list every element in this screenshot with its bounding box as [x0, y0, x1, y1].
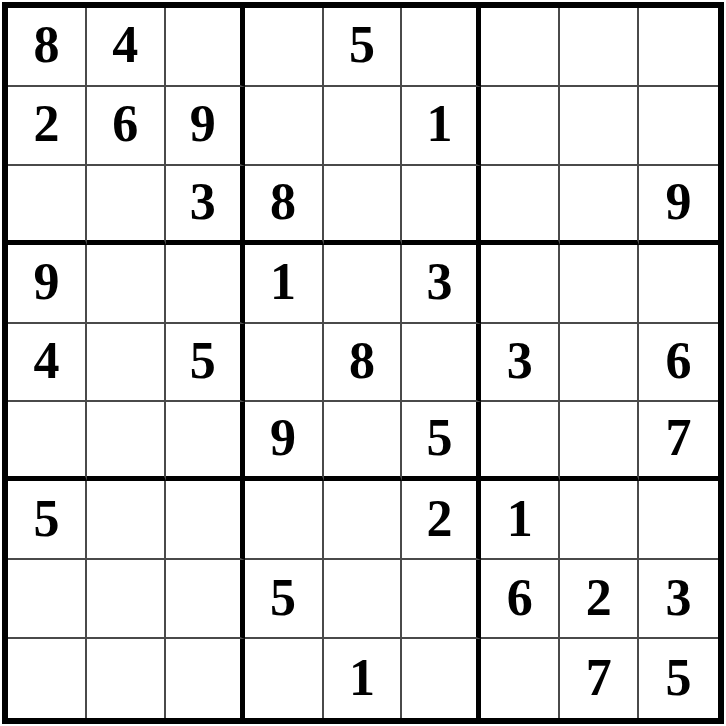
cell-r8c1[interactable]	[8, 560, 87, 639]
cell-r1c8[interactable]	[560, 8, 639, 87]
given-digit: 5	[33, 493, 59, 545]
cell-r1c1: 8	[8, 8, 87, 87]
cell-r6c6: 5	[402, 402, 481, 481]
cell-r1c6[interactable]	[402, 8, 481, 87]
cell-r4c5[interactable]	[324, 245, 403, 324]
cell-r6c5[interactable]	[324, 402, 403, 481]
given-digit: 3	[190, 176, 216, 228]
cell-r8c5[interactable]	[324, 560, 403, 639]
given-digit: 6	[507, 572, 533, 624]
cell-r3c6[interactable]	[402, 166, 481, 245]
given-digit: 6	[112, 98, 138, 150]
given-digit: 5	[666, 652, 692, 704]
cell-r3c5[interactable]	[324, 166, 403, 245]
cell-r5c9: 6	[639, 324, 718, 403]
cell-r4c6: 3	[402, 245, 481, 324]
cell-r9c8: 7	[560, 639, 639, 718]
cell-r6c2[interactable]	[87, 402, 166, 481]
cell-r1c7[interactable]	[481, 8, 560, 87]
cell-r2c2: 6	[87, 87, 166, 166]
cell-r4c3[interactable]	[166, 245, 245, 324]
cell-r2c4[interactable]	[245, 87, 324, 166]
cell-r6c7[interactable]	[481, 402, 560, 481]
cell-r6c1[interactable]	[8, 402, 87, 481]
given-digit: 9	[666, 176, 692, 228]
cell-r7c9[interactable]	[639, 481, 718, 560]
cell-r1c9[interactable]	[639, 8, 718, 87]
cell-r5c1: 4	[8, 324, 87, 403]
cell-r7c2[interactable]	[87, 481, 166, 560]
cell-r6c8[interactable]	[560, 402, 639, 481]
cell-r2c7[interactable]	[481, 87, 560, 166]
cell-r2c9[interactable]	[639, 87, 718, 166]
given-digit: 6	[666, 335, 692, 387]
cell-r6c4: 9	[245, 402, 324, 481]
given-digit: 2	[33, 98, 59, 150]
given-digit: 5	[190, 335, 216, 387]
given-digit: 3	[507, 335, 533, 387]
cell-r1c3[interactable]	[166, 8, 245, 87]
cell-r7c6: 2	[402, 481, 481, 560]
cell-r4c8[interactable]	[560, 245, 639, 324]
cell-r1c5: 5	[324, 8, 403, 87]
cell-r9c7[interactable]	[481, 639, 560, 718]
cell-r5c6[interactable]	[402, 324, 481, 403]
cell-r8c4: 5	[245, 560, 324, 639]
cell-r8c3[interactable]	[166, 560, 245, 639]
cell-r7c4[interactable]	[245, 481, 324, 560]
given-digit: 5	[270, 572, 296, 624]
cell-r2c6: 1	[402, 87, 481, 166]
sudoku-page: 8452691389913458369575215623175	[0, 0, 726, 726]
cell-r1c4[interactable]	[245, 8, 324, 87]
cell-r2c5[interactable]	[324, 87, 403, 166]
cell-r9c6[interactable]	[402, 639, 481, 718]
sudoku-board: 8452691389913458369575215623175	[2, 2, 724, 724]
cell-r5c4[interactable]	[245, 324, 324, 403]
cell-r9c1[interactable]	[8, 639, 87, 718]
cell-r7c7: 1	[481, 481, 560, 560]
given-digit: 3	[666, 572, 692, 624]
cell-r4c4: 1	[245, 245, 324, 324]
given-digit: 5	[426, 412, 452, 464]
cell-r2c1: 2	[8, 87, 87, 166]
cell-r5c3: 5	[166, 324, 245, 403]
cell-r6c3[interactable]	[166, 402, 245, 481]
cell-r2c3: 9	[166, 87, 245, 166]
cell-r9c2[interactable]	[87, 639, 166, 718]
given-digit: 7	[666, 412, 692, 464]
cell-r5c2[interactable]	[87, 324, 166, 403]
given-digit: 9	[33, 256, 59, 308]
given-digit: 9	[190, 98, 216, 150]
cell-r9c4[interactable]	[245, 639, 324, 718]
cell-r7c3[interactable]	[166, 481, 245, 560]
cell-r4c1: 9	[8, 245, 87, 324]
cell-r8c9: 3	[639, 560, 718, 639]
given-digit: 8	[349, 335, 375, 387]
cell-r3c4: 8	[245, 166, 324, 245]
cell-r1c2: 4	[87, 8, 166, 87]
cell-r4c7[interactable]	[481, 245, 560, 324]
cell-r6c9: 7	[639, 402, 718, 481]
cell-r8c6[interactable]	[402, 560, 481, 639]
given-digit: 9	[270, 412, 296, 464]
cell-r4c2[interactable]	[87, 245, 166, 324]
given-digit: 8	[33, 19, 59, 71]
given-digit: 7	[586, 652, 612, 704]
cell-r2c8[interactable]	[560, 87, 639, 166]
cell-r3c2[interactable]	[87, 166, 166, 245]
cell-r5c8[interactable]	[560, 324, 639, 403]
cell-r9c3[interactable]	[166, 639, 245, 718]
cell-r8c7: 6	[481, 560, 560, 639]
cell-r3c1[interactable]	[8, 166, 87, 245]
given-digit: 2	[426, 493, 452, 545]
given-digit: 4	[33, 335, 59, 387]
given-digit: 8	[270, 176, 296, 228]
given-digit: 3	[426, 256, 452, 308]
cell-r5c5: 8	[324, 324, 403, 403]
cell-r3c7[interactable]	[481, 166, 560, 245]
cell-r5c7: 3	[481, 324, 560, 403]
cell-r7c5[interactable]	[324, 481, 403, 560]
cell-r3c9: 9	[639, 166, 718, 245]
cell-r7c1: 5	[8, 481, 87, 560]
cell-r9c5: 1	[324, 639, 403, 718]
cell-r9c9: 5	[639, 639, 718, 718]
given-digit: 2	[586, 572, 612, 624]
given-digit: 1	[349, 652, 375, 704]
cell-r8c8: 2	[560, 560, 639, 639]
given-digit: 1	[426, 98, 452, 150]
cell-r3c8[interactable]	[560, 166, 639, 245]
given-digit: 5	[349, 19, 375, 71]
given-digit: 4	[112, 19, 138, 71]
cell-r8c2[interactable]	[87, 560, 166, 639]
cell-r4c9[interactable]	[639, 245, 718, 324]
given-digit: 1	[270, 256, 296, 308]
cell-r3c3: 3	[166, 166, 245, 245]
given-digit: 1	[507, 493, 533, 545]
cell-r7c8[interactable]	[560, 481, 639, 560]
